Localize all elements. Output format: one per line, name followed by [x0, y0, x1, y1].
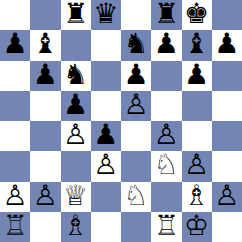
- piece-white-pawn[interactable]: ♙: [33, 182, 58, 211]
- square-g1[interactable]: ♔: [182, 212, 212, 242]
- square-h4[interactable]: [212, 121, 242, 151]
- piece-white-bishop[interactable]: ♗: [184, 182, 209, 211]
- square-d2[interactable]: [91, 182, 121, 212]
- piece-white-bishop[interactable]: ♗: [63, 212, 88, 241]
- square-c2[interactable]: ♕: [61, 182, 91, 212]
- square-c8[interactable]: ♜: [61, 0, 91, 30]
- piece-white-rook[interactable]: ♖: [3, 212, 28, 241]
- square-f4[interactable]: ♙: [151, 121, 181, 151]
- square-g4[interactable]: [182, 121, 212, 151]
- square-d3[interactable]: ♙: [91, 151, 121, 181]
- piece-white-knight[interactable]: ♘: [154, 151, 179, 180]
- square-f1[interactable]: ♖: [151, 212, 181, 242]
- square-a4[interactable]: [0, 121, 30, 151]
- piece-black-queen[interactable]: ♛: [93, 0, 118, 29]
- square-g6[interactable]: ♟: [182, 61, 212, 91]
- piece-black-rook[interactable]: ♜: [154, 0, 179, 29]
- square-f7[interactable]: ♟: [151, 30, 181, 60]
- square-e7[interactable]: ♞: [121, 30, 151, 60]
- piece-white-pawn[interactable]: ♙: [214, 182, 239, 211]
- piece-black-king[interactable]: ♚: [184, 0, 209, 29]
- piece-black-pawn[interactable]: ♟: [154, 30, 179, 59]
- piece-black-rook[interactable]: ♜: [63, 0, 88, 29]
- square-d4[interactable]: ♟: [91, 121, 121, 151]
- square-h2[interactable]: ♙: [212, 182, 242, 212]
- piece-black-bishop[interactable]: ♝: [184, 30, 209, 59]
- square-h7[interactable]: ♟: [212, 30, 242, 60]
- square-a2[interactable]: ♙: [0, 182, 30, 212]
- piece-white-pawn[interactable]: ♙: [154, 121, 179, 150]
- piece-white-pawn[interactable]: ♙: [3, 182, 28, 211]
- square-h6[interactable]: [212, 61, 242, 91]
- square-a8[interactable]: [0, 0, 30, 30]
- piece-black-knight[interactable]: ♞: [124, 30, 149, 59]
- piece-black-pawn[interactable]: ♟: [3, 30, 28, 59]
- piece-black-pawn[interactable]: ♟: [184, 61, 209, 90]
- square-f3[interactable]: ♘: [151, 151, 181, 181]
- square-h1[interactable]: [212, 212, 242, 242]
- square-e6[interactable]: ♟: [121, 61, 151, 91]
- piece-white-queen[interactable]: ♕: [63, 182, 88, 211]
- square-e2[interactable]: ♘: [121, 182, 151, 212]
- piece-black-pawn[interactable]: ♟: [33, 61, 58, 90]
- square-h5[interactable]: [212, 91, 242, 121]
- square-d6[interactable]: [91, 61, 121, 91]
- square-a7[interactable]: ♟: [0, 30, 30, 60]
- piece-white-rook[interactable]: ♖: [154, 212, 179, 241]
- square-d1[interactable]: [91, 212, 121, 242]
- square-c6[interactable]: ♞: [61, 61, 91, 91]
- piece-white-knight[interactable]: ♘: [124, 182, 149, 211]
- square-b5[interactable]: [30, 91, 60, 121]
- square-e3[interactable]: [121, 151, 151, 181]
- square-g7[interactable]: ♝: [182, 30, 212, 60]
- square-d8[interactable]: ♛: [91, 0, 121, 30]
- square-h8[interactable]: [212, 0, 242, 30]
- square-a3[interactable]: [0, 151, 30, 181]
- piece-black-pawn[interactable]: ♟: [124, 61, 149, 90]
- square-d5[interactable]: [91, 91, 121, 121]
- square-b2[interactable]: ♙: [30, 182, 60, 212]
- chess-board-container: ♜♛♜♚♟♝♞♟♝♟♟♞♟♟♟♙♙♟♙♙♘♙♙♙♕♘♗♙♖♗♖♔: [0, 0, 242, 242]
- square-b6[interactable]: ♟: [30, 61, 60, 91]
- square-e8[interactable]: [121, 0, 151, 30]
- square-e5[interactable]: ♙: [121, 91, 151, 121]
- piece-black-pawn[interactable]: ♟: [214, 30, 239, 59]
- square-c1[interactable]: ♗: [61, 212, 91, 242]
- square-e1[interactable]: [121, 212, 151, 242]
- square-b3[interactable]: [30, 151, 60, 181]
- square-a1[interactable]: ♖: [0, 212, 30, 242]
- square-g8[interactable]: ♚: [182, 0, 212, 30]
- square-c3[interactable]: [61, 151, 91, 181]
- square-f6[interactable]: [151, 61, 181, 91]
- piece-black-pawn[interactable]: ♟: [93, 121, 118, 150]
- piece-black-bishop[interactable]: ♝: [33, 30, 58, 59]
- square-a5[interactable]: [0, 91, 30, 121]
- square-h3[interactable]: [212, 151, 242, 181]
- square-g5[interactable]: [182, 91, 212, 121]
- square-f5[interactable]: [151, 91, 181, 121]
- square-g3[interactable]: ♙: [182, 151, 212, 181]
- piece-white-pawn[interactable]: ♙: [184, 151, 209, 180]
- piece-white-pawn[interactable]: ♙: [63, 121, 88, 150]
- square-f2[interactable]: [151, 182, 181, 212]
- square-a6[interactable]: [0, 61, 30, 91]
- square-b8[interactable]: [30, 0, 60, 30]
- piece-black-knight[interactable]: ♞: [63, 61, 88, 90]
- piece-white-king[interactable]: ♔: [184, 212, 209, 241]
- square-c5[interactable]: ♟: [61, 91, 91, 121]
- square-b4[interactable]: [30, 121, 60, 151]
- square-c4[interactable]: ♙: [61, 121, 91, 151]
- square-c7[interactable]: [61, 30, 91, 60]
- piece-black-pawn[interactable]: ♟: [63, 91, 88, 120]
- chess-board: ♜♛♜♚♟♝♞♟♝♟♟♞♟♟♟♙♙♟♙♙♘♙♙♙♕♘♗♙♖♗♖♔: [0, 0, 242, 242]
- square-g2[interactable]: ♗: [182, 182, 212, 212]
- piece-white-pawn[interactable]: ♙: [124, 91, 149, 120]
- square-e4[interactable]: [121, 121, 151, 151]
- square-f8[interactable]: ♜: [151, 0, 181, 30]
- square-b1[interactable]: [30, 212, 60, 242]
- piece-white-pawn[interactable]: ♙: [93, 151, 118, 180]
- square-b7[interactable]: ♝: [30, 30, 60, 60]
- square-d7[interactable]: [91, 30, 121, 60]
